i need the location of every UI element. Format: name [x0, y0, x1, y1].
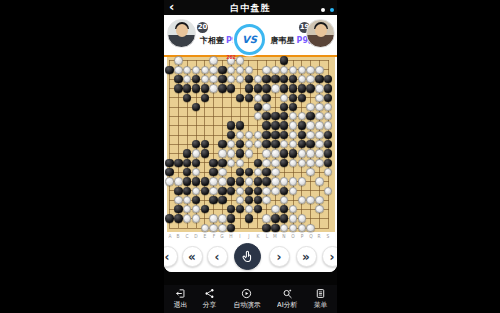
avatar-face — [176, 24, 188, 37]
white-stone — [298, 177, 306, 185]
share-icon — [204, 288, 215, 299]
black-stone — [245, 94, 253, 102]
hand-tool-button[interactable] — [234, 243, 261, 270]
white-stone — [306, 66, 314, 74]
avatar-white-player — [306, 19, 335, 48]
white-stone — [227, 75, 235, 83]
phone-screen: ‹ 白中盘胜 20 卞相壹P9段 VS — [164, 0, 337, 313]
column-label: M — [273, 234, 279, 239]
black-stone — [183, 84, 191, 92]
white-stone — [192, 214, 200, 222]
white-stone — [280, 196, 288, 204]
black-stone — [183, 177, 191, 185]
black-stone — [280, 214, 288, 222]
black-stone — [262, 224, 270, 232]
white-stone — [209, 187, 217, 195]
column-label: D — [193, 234, 199, 239]
column-label: H — [228, 234, 234, 239]
black-stone — [218, 84, 226, 92]
column-label: E — [202, 234, 208, 239]
white-stone — [298, 196, 306, 204]
white-stone — [315, 94, 323, 102]
vs-circle: VS — [234, 24, 265, 55]
black-stone — [165, 66, 173, 74]
black-stone — [289, 94, 297, 102]
black-stone — [174, 159, 182, 167]
white-stone — [192, 149, 200, 157]
white-stone — [183, 214, 191, 222]
black-stone — [271, 112, 279, 120]
vs-label: VS — [242, 34, 257, 45]
white-stone — [262, 149, 270, 157]
white-stone — [306, 159, 314, 167]
black-stone — [192, 177, 200, 185]
white-stone — [306, 224, 314, 232]
black-stone — [192, 75, 200, 83]
black-stone — [218, 66, 226, 74]
column-label: J — [246, 234, 252, 239]
black-stone — [262, 140, 270, 148]
black-stone — [315, 75, 323, 83]
black-stone — [201, 84, 209, 92]
black-stone — [306, 140, 314, 148]
toolbar-exit-button[interactable]: 退出 — [173, 288, 188, 310]
black-stone — [183, 159, 191, 167]
black-stone — [201, 177, 209, 185]
black-stone — [306, 112, 314, 120]
white-stone — [183, 196, 191, 204]
column-label: B — [176, 234, 182, 239]
white-stone — [315, 66, 323, 74]
black-stone — [280, 112, 288, 120]
black-stone — [209, 159, 217, 167]
black-stone — [227, 121, 235, 129]
black-stone — [201, 94, 209, 102]
black-stone — [298, 94, 306, 102]
black-stone — [218, 159, 226, 167]
step-back-button[interactable]: ‹ — [207, 246, 228, 267]
white-stone — [289, 159, 297, 167]
white-stone — [289, 205, 297, 213]
black-stone — [236, 140, 244, 148]
white-stone — [324, 121, 332, 129]
white-stone — [298, 112, 306, 120]
black-stone — [227, 84, 235, 92]
white-stone — [298, 149, 306, 157]
black-stone — [254, 177, 262, 185]
black-stone — [227, 224, 235, 232]
white-stone — [289, 121, 297, 129]
column-label: S — [326, 234, 332, 239]
avatar-black-player — [167, 19, 196, 48]
white-stone — [192, 187, 200, 195]
white-stone — [324, 103, 332, 111]
black-stone — [324, 94, 332, 102]
black-stone — [254, 159, 262, 167]
white-stone — [315, 177, 323, 185]
black-stone — [280, 84, 288, 92]
black-stone — [183, 187, 191, 195]
white-stone — [236, 56, 244, 64]
black-stone — [192, 196, 200, 204]
jump-to-start-button[interactable]: ‹ — [164, 246, 178, 267]
black-stone — [289, 149, 297, 157]
white-stone — [271, 177, 279, 185]
black-stone — [262, 75, 270, 83]
black-stone — [298, 121, 306, 129]
white-stone — [298, 66, 306, 74]
game-card: 20 卞相壹P9段 VS 唐韦星P9段 19 262 ABCDEFGHIJKLM… — [164, 15, 337, 272]
white-stone — [209, 66, 217, 74]
white-stone — [183, 205, 191, 213]
black-stone — [174, 205, 182, 213]
white-stone — [174, 177, 182, 185]
page-indicator — [321, 8, 334, 12]
white-stone — [271, 159, 279, 167]
black-stone — [192, 159, 200, 167]
white-stone — [201, 66, 209, 74]
fast-forward-button[interactable]: » — [296, 246, 317, 267]
black-stone — [271, 121, 279, 129]
white-stone — [262, 196, 270, 204]
white-stone — [271, 168, 279, 176]
white-stone — [289, 66, 297, 74]
toolbar-ai-analysis-button[interactable]: AI分析 — [276, 288, 298, 310]
black-stone — [245, 75, 253, 83]
black-stone — [280, 121, 288, 129]
white-stone — [245, 149, 253, 157]
black-stone — [254, 196, 262, 204]
toolbar-label: 自动演示 — [233, 301, 260, 310]
black-stone — [298, 131, 306, 139]
white-stone — [245, 131, 253, 139]
page-dot-1[interactable] — [321, 8, 325, 12]
white-stone — [236, 131, 244, 139]
white-stone — [236, 66, 244, 74]
white-stone — [254, 131, 262, 139]
white-stone — [262, 214, 270, 222]
white-stone — [209, 84, 217, 92]
black-stone — [254, 187, 262, 195]
players-header: 20 卞相壹P9段 VS 唐韦星P9段 19 — [164, 15, 337, 57]
top-bar: ‹ 白中盘胜 — [164, 0, 337, 15]
black-stone — [280, 149, 288, 157]
black-stone — [227, 205, 235, 213]
black-stone — [183, 168, 191, 176]
column-label: C — [184, 234, 190, 239]
white-stone — [289, 112, 297, 120]
black-stone — [254, 205, 262, 213]
ai-analysis-icon — [282, 288, 293, 299]
white-stone — [192, 66, 200, 74]
black-stone — [271, 131, 279, 139]
white-stone — [315, 159, 323, 167]
step-forward-button[interactable]: › — [269, 246, 290, 267]
white-stone — [306, 75, 314, 83]
black-stone — [254, 103, 262, 111]
black-stone — [298, 84, 306, 92]
exit-icon — [175, 288, 186, 299]
white-stone — [289, 224, 297, 232]
black-stone — [227, 131, 235, 139]
column-label: A — [167, 234, 173, 239]
black-stone — [236, 149, 244, 157]
screenshot-stage: ‹ 白中盘胜 20 卞相壹P9段 VS — [0, 0, 500, 313]
white-stone — [245, 177, 253, 185]
white-stone — [315, 121, 323, 129]
white-stone — [227, 159, 235, 167]
black-stone — [236, 205, 244, 213]
black-stone — [201, 205, 209, 213]
white-stone — [262, 187, 270, 195]
black-stone — [165, 159, 173, 167]
white-stone — [174, 56, 182, 64]
white-stone — [183, 66, 191, 74]
column-label: N — [281, 234, 287, 239]
white-stone — [280, 94, 288, 102]
white-stone — [262, 66, 270, 74]
white-stone — [174, 66, 182, 74]
black-stone — [324, 75, 332, 83]
black-stone — [227, 177, 235, 185]
black-stone — [174, 75, 182, 83]
white-stone — [271, 84, 279, 92]
black-stone — [209, 196, 217, 204]
black-stone — [271, 214, 279, 222]
black-stone — [280, 131, 288, 139]
menu-icon — [315, 288, 326, 299]
white-stone — [245, 205, 253, 213]
white-stone — [227, 140, 235, 148]
white-stone — [315, 112, 323, 120]
white-stone — [306, 131, 314, 139]
white-stone — [209, 56, 217, 64]
white-stone — [315, 103, 323, 111]
white-stone — [209, 75, 217, 83]
column-label: K — [255, 234, 261, 239]
black-stone — [245, 196, 253, 204]
black-stone — [209, 168, 217, 176]
black-stone — [227, 214, 235, 222]
white-stone — [315, 196, 323, 204]
toolbar-label: AI分析 — [277, 301, 297, 310]
page-title: 白中盘胜 — [164, 0, 337, 15]
column-label: F — [211, 234, 217, 239]
avatar-face — [315, 24, 327, 37]
white-stone — [315, 140, 323, 148]
black-stone — [324, 140, 332, 148]
black-stone — [236, 94, 244, 102]
white-stone — [324, 112, 332, 120]
white-stone — [201, 224, 209, 232]
white-stone — [271, 149, 279, 157]
toolbar-menu-button[interactable]: 菜单 — [313, 288, 328, 310]
column-label: I — [237, 234, 243, 239]
white-stone — [236, 196, 244, 204]
white-stone — [306, 121, 314, 129]
column-label: P — [299, 234, 305, 239]
black-stone — [262, 168, 270, 176]
black-stone — [289, 84, 297, 92]
white-stone — [289, 177, 297, 185]
page-dot-2[interactable] — [330, 8, 334, 12]
white-stone — [289, 131, 297, 139]
white-stone — [289, 140, 297, 148]
white-stone — [201, 75, 209, 83]
black-stone — [262, 94, 270, 102]
black-stone — [280, 56, 288, 64]
black-stone — [324, 131, 332, 139]
white-stone — [236, 159, 244, 167]
go-board[interactable]: 262 — [167, 57, 335, 232]
bottom-toolbar: 退出分享自动演示AI分析菜单 — [164, 285, 337, 313]
black-stone — [201, 187, 209, 195]
column-label: R — [317, 234, 323, 239]
white-stone — [218, 214, 226, 222]
black-stone — [236, 168, 244, 176]
white-stone — [192, 168, 200, 176]
column-label: O — [290, 234, 296, 239]
black-stone — [218, 196, 226, 204]
toolbar-label: 菜单 — [314, 301, 328, 310]
black-stone — [183, 94, 191, 102]
white-stone — [245, 140, 253, 148]
black-stone — [324, 84, 332, 92]
jump-to-end-button[interactable]: › — [322, 246, 338, 267]
black-stone — [236, 177, 244, 185]
white-stone — [271, 66, 279, 74]
black-stone — [262, 84, 270, 92]
move-navigation: ‹«‹›»› — [164, 241, 337, 272]
toolbar-share-button[interactable]: 分享 — [202, 288, 217, 310]
black-stone — [280, 103, 288, 111]
black-stone — [271, 75, 279, 83]
white-stone — [262, 103, 270, 111]
white-stone — [289, 187, 297, 195]
white-stone — [298, 75, 306, 83]
white-stone — [236, 75, 244, 83]
black-stone — [165, 168, 173, 176]
white-stone — [209, 224, 217, 232]
black-stone — [280, 159, 288, 167]
white-stone — [298, 214, 306, 222]
black-stone — [174, 84, 182, 92]
toolbar-autoplay-button[interactable]: 自动演示 — [232, 288, 262, 310]
column-label: Q — [308, 234, 314, 239]
black-stone — [245, 214, 253, 222]
black-stone — [218, 75, 226, 83]
white-stone — [306, 168, 314, 176]
black-stone — [324, 159, 332, 167]
white-stone — [280, 66, 288, 74]
black-stone — [245, 168, 253, 176]
white-stone — [254, 75, 262, 83]
white-stone — [218, 177, 226, 185]
black-stone — [236, 121, 244, 129]
black-stone — [306, 84, 314, 92]
white-stone — [254, 94, 262, 102]
column-label: G — [220, 234, 226, 239]
white-stone — [227, 66, 235, 74]
white-stone — [183, 75, 191, 83]
white-stone — [218, 149, 226, 157]
black-stone — [262, 177, 270, 185]
white-stone — [315, 84, 323, 92]
black-stone — [289, 75, 297, 83]
white-stone — [280, 177, 288, 185]
white-stone — [280, 224, 288, 232]
white-stone — [306, 149, 314, 157]
white-stone — [315, 205, 323, 213]
white-stone — [262, 159, 270, 167]
white-stone — [192, 205, 200, 213]
white-stone — [236, 187, 244, 195]
black-capture-badge: 20 — [197, 22, 208, 33]
black-stone — [201, 140, 209, 148]
black-stone — [201, 149, 209, 157]
fast-rewind-button[interactable]: « — [182, 246, 203, 267]
black-stone — [271, 140, 279, 148]
white-stone — [324, 187, 332, 195]
white-stone — [289, 214, 297, 222]
black-stone — [289, 103, 297, 111]
white-stone — [254, 112, 262, 120]
white-stone — [271, 205, 279, 213]
black-stone — [218, 187, 226, 195]
black-stone — [262, 112, 270, 120]
white-stone — [271, 187, 279, 195]
black-stone — [183, 149, 191, 157]
white-stone — [165, 177, 173, 185]
black-stone — [254, 84, 262, 92]
black-stone — [280, 187, 288, 195]
column-label: L — [264, 234, 270, 239]
column-labels: ABCDEFGHIJKLMNOPQRS — [164, 234, 337, 241]
black-stone — [298, 140, 306, 148]
white-stone — [209, 214, 217, 222]
black-stone — [192, 103, 200, 111]
black-stone — [245, 84, 253, 92]
white-stone — [254, 168, 262, 176]
white-stone — [280, 140, 288, 148]
white-stone — [174, 196, 182, 204]
black-stone — [165, 214, 173, 222]
white-stone — [306, 103, 314, 111]
toolbar-label: 分享 — [203, 301, 217, 310]
black-stone — [174, 187, 182, 195]
black-stone — [174, 214, 182, 222]
black-stone — [324, 149, 332, 157]
white-stone — [306, 196, 314, 204]
black-stone — [245, 187, 253, 195]
white-stone — [298, 224, 306, 232]
black-stone — [262, 121, 270, 129]
black-stone — [227, 187, 235, 195]
white-stone — [227, 149, 235, 157]
black-stone — [192, 140, 200, 148]
white-stone — [324, 168, 332, 176]
black-stone — [271, 224, 279, 232]
white-stone — [315, 149, 323, 157]
last-move-marker: 262 — [226, 54, 236, 59]
black-stone — [280, 205, 288, 213]
white-stone — [315, 131, 323, 139]
white-stone — [298, 159, 306, 167]
white-stone — [209, 177, 217, 185]
white-stone — [245, 66, 253, 74]
autoplay-icon — [241, 288, 252, 299]
white-stone — [254, 140, 262, 148]
